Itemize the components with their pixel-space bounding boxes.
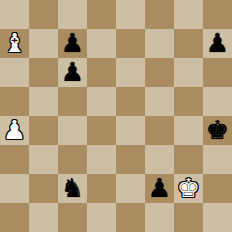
square-e4[interactable] bbox=[116, 116, 145, 145]
square-b4[interactable] bbox=[29, 116, 58, 145]
square-c4[interactable] bbox=[58, 116, 87, 145]
square-b3[interactable] bbox=[29, 145, 58, 174]
square-f5[interactable] bbox=[145, 87, 174, 116]
square-a3[interactable] bbox=[0, 145, 29, 174]
square-b2[interactable] bbox=[29, 174, 58, 203]
square-g6[interactable] bbox=[174, 58, 203, 87]
square-g1[interactable] bbox=[174, 203, 203, 232]
square-e3[interactable] bbox=[116, 145, 145, 174]
square-d1[interactable] bbox=[87, 203, 116, 232]
square-b8[interactable] bbox=[29, 0, 58, 29]
piece-black-knight: ♞ bbox=[61, 174, 84, 203]
piece-white-bishop: ♝ bbox=[3, 29, 26, 58]
square-g3[interactable] bbox=[174, 145, 203, 174]
square-f6[interactable] bbox=[145, 58, 174, 87]
chess-board: ♝♟♟♟♟♚♞♟♚ bbox=[0, 0, 232, 232]
square-e6[interactable] bbox=[116, 58, 145, 87]
square-g7[interactable] bbox=[174, 29, 203, 58]
square-e1[interactable] bbox=[116, 203, 145, 232]
square-h8[interactable] bbox=[203, 0, 232, 29]
square-b7[interactable] bbox=[29, 29, 58, 58]
piece-black-pawn: ♟ bbox=[206, 29, 229, 58]
square-h7[interactable]: ♟ bbox=[203, 29, 232, 58]
square-h2[interactable] bbox=[203, 174, 232, 203]
square-f1[interactable] bbox=[145, 203, 174, 232]
square-e2[interactable] bbox=[116, 174, 145, 203]
square-a7[interactable]: ♝ bbox=[0, 29, 29, 58]
piece-black-king: ♚ bbox=[206, 116, 229, 145]
square-f3[interactable] bbox=[145, 145, 174, 174]
square-c3[interactable] bbox=[58, 145, 87, 174]
square-d5[interactable] bbox=[87, 87, 116, 116]
square-b6[interactable] bbox=[29, 58, 58, 87]
piece-black-pawn: ♟ bbox=[61, 58, 84, 87]
piece-white-pawn: ♟ bbox=[3, 116, 26, 145]
square-c6[interactable]: ♟ bbox=[58, 58, 87, 87]
square-a1[interactable] bbox=[0, 203, 29, 232]
piece-black-pawn: ♟ bbox=[61, 29, 84, 58]
square-h4[interactable]: ♚ bbox=[203, 116, 232, 145]
square-d4[interactable] bbox=[87, 116, 116, 145]
square-f7[interactable] bbox=[145, 29, 174, 58]
square-f8[interactable] bbox=[145, 0, 174, 29]
square-c5[interactable] bbox=[58, 87, 87, 116]
square-a4[interactable]: ♟ bbox=[0, 116, 29, 145]
square-a5[interactable] bbox=[0, 87, 29, 116]
square-g5[interactable] bbox=[174, 87, 203, 116]
piece-black-pawn: ♟ bbox=[148, 174, 171, 203]
square-b1[interactable] bbox=[29, 203, 58, 232]
square-d8[interactable] bbox=[87, 0, 116, 29]
square-d2[interactable] bbox=[87, 174, 116, 203]
square-g8[interactable] bbox=[174, 0, 203, 29]
square-c7[interactable]: ♟ bbox=[58, 29, 87, 58]
square-e7[interactable] bbox=[116, 29, 145, 58]
square-h3[interactable] bbox=[203, 145, 232, 174]
square-f2[interactable]: ♟ bbox=[145, 174, 174, 203]
square-a8[interactable] bbox=[0, 0, 29, 29]
square-f4[interactable] bbox=[145, 116, 174, 145]
square-c1[interactable] bbox=[58, 203, 87, 232]
square-d3[interactable] bbox=[87, 145, 116, 174]
square-h1[interactable] bbox=[203, 203, 232, 232]
square-d6[interactable] bbox=[87, 58, 116, 87]
square-c8[interactable] bbox=[58, 0, 87, 29]
square-e5[interactable] bbox=[116, 87, 145, 116]
square-h5[interactable] bbox=[203, 87, 232, 116]
square-h6[interactable] bbox=[203, 58, 232, 87]
square-c2[interactable]: ♞ bbox=[58, 174, 87, 203]
square-d7[interactable] bbox=[87, 29, 116, 58]
square-a2[interactable] bbox=[0, 174, 29, 203]
square-a6[interactable] bbox=[0, 58, 29, 87]
piece-white-king: ♚ bbox=[177, 174, 200, 203]
square-b5[interactable] bbox=[29, 87, 58, 116]
square-g4[interactable] bbox=[174, 116, 203, 145]
square-g2[interactable]: ♚ bbox=[174, 174, 203, 203]
square-e8[interactable] bbox=[116, 0, 145, 29]
